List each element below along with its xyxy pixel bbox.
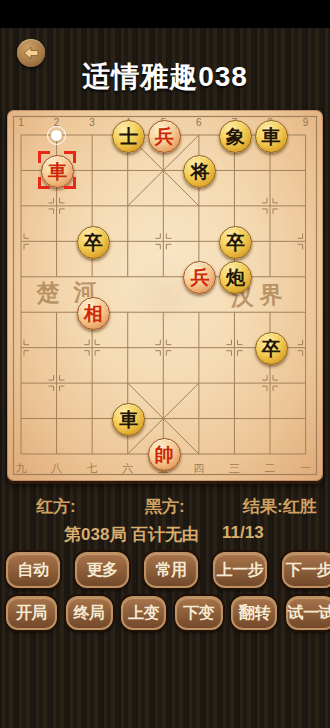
river-text: 界 xyxy=(259,279,283,311)
button-更多[interactable]: 更多 xyxy=(75,552,129,588)
status-bar xyxy=(0,0,330,28)
piece-black-車[interactable]: 車 xyxy=(255,120,288,153)
file-label-top: 1 xyxy=(18,117,24,128)
piece-black-士[interactable]: 士 xyxy=(112,120,145,153)
file-label-top: 9 xyxy=(303,117,309,128)
file-label-bottom: 六 xyxy=(122,461,133,476)
result-label: 结果:红胜 xyxy=(243,495,317,518)
file-label-bottom: 七 xyxy=(87,461,98,476)
file-label-top: 6 xyxy=(196,117,202,128)
file-label-bottom: 三 xyxy=(229,461,240,476)
button-自动[interactable]: 自动 xyxy=(6,552,60,588)
piece-black-炮[interactable]: 炮 xyxy=(219,261,252,294)
button-终局[interactable]: 终局 xyxy=(66,596,113,630)
file-label-bottom: 四 xyxy=(193,461,204,476)
file-label-bottom: 八 xyxy=(51,461,62,476)
piece-black-卒[interactable]: 卒 xyxy=(255,332,288,365)
piece-black-卒[interactable]: 卒 xyxy=(77,226,110,259)
page-title: 适情雅趣038 xyxy=(0,58,330,96)
piece-black-卒[interactable]: 卒 xyxy=(219,226,252,259)
button-下一步[interactable]: 下一步 xyxy=(282,552,330,588)
file-label-bottom: 二 xyxy=(265,461,276,476)
river-text: 楚 xyxy=(36,277,60,309)
red-player-label: 红方: xyxy=(36,495,76,518)
button-下变[interactable]: 下变 xyxy=(175,596,223,630)
piece-red-車[interactable]: 車 xyxy=(41,155,74,188)
piece-red-相[interactable]: 相 xyxy=(77,297,110,330)
toolbar-row-2: 开局终局上变下变翻转试一试 xyxy=(0,596,330,630)
button-上变[interactable]: 上变 xyxy=(121,596,166,630)
piece-black-象[interactable]: 象 xyxy=(219,120,252,153)
last-move-origin-marker xyxy=(51,130,62,141)
progress-counter: 11/13 xyxy=(222,523,264,543)
button-常用[interactable]: 常用 xyxy=(144,552,198,588)
xiangqi-board[interactable]: 123456789九八七六五四三二一楚河汉界士兵象車車将卒卒兵炮相卒車帥 xyxy=(7,110,323,481)
toolbar-row-1: 自动更多常用上一步下一步 xyxy=(0,552,330,588)
black-player-label: 黑方: xyxy=(145,495,185,518)
button-上一步[interactable]: 上一步 xyxy=(213,552,267,588)
file-label-bottom: 一 xyxy=(300,461,311,476)
file-label-top: 3 xyxy=(89,117,95,128)
button-翻转[interactable]: 翻转 xyxy=(231,596,277,630)
file-label-bottom: 九 xyxy=(16,461,27,476)
puzzle-title: 第038局 百计无由 xyxy=(64,523,199,546)
button-试一试[interactable]: 试一试 xyxy=(286,596,330,630)
button-开局[interactable]: 开局 xyxy=(6,596,57,630)
piece-red-兵[interactable]: 兵 xyxy=(148,120,181,153)
